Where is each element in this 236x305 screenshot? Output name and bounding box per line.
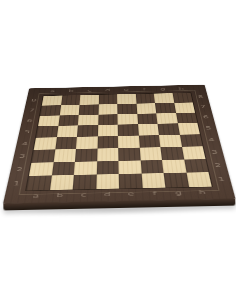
square-c8: [80, 95, 99, 105]
square-h4: [179, 134, 202, 146]
rank-label-left-7: 7: [25, 105, 38, 115]
rank-label-left-5: 5: [20, 126, 34, 138]
file-label-top-d: d: [98, 88, 117, 93]
square-e4: [118, 136, 139, 148]
square-d8: [98, 94, 117, 104]
file-label-top-e: e: [117, 88, 136, 93]
square-e1: [119, 174, 142, 189]
rank-label-left-6: 6: [22, 116, 36, 127]
board-frame: abcdefgh abcdefgh 87654321 87654321: [3, 85, 236, 204]
square-a8: [42, 96, 62, 106]
square-e5: [118, 124, 139, 136]
square-g1: [164, 173, 189, 188]
square-f2: [140, 160, 163, 174]
square-c4: [76, 136, 97, 148]
rank-label-right-4: 4: [204, 134, 219, 146]
square-d6: [98, 114, 118, 125]
square-f6: [137, 113, 158, 124]
product-photo-background: abcdefgh abcdefgh 87654321 87654321: [0, 0, 236, 305]
square-c7: [79, 104, 99, 115]
square-a1: [26, 176, 51, 191]
chess-board-grid: [25, 92, 213, 191]
square-g2: [162, 159, 186, 173]
square-b7: [59, 105, 79, 116]
square-d3: [97, 148, 119, 161]
board-perspective-wrapper: abcdefgh abcdefgh 87654321 87654321: [15, 14, 220, 258]
square-a5: [36, 126, 58, 138]
square-c2: [74, 161, 97, 175]
square-b5: [56, 126, 77, 138]
square-a2: [29, 162, 53, 176]
file-label-bottom-d: d: [95, 192, 119, 200]
square-e8: [117, 94, 136, 104]
square-d4: [97, 136, 118, 148]
square-f4: [138, 135, 160, 147]
square-e3: [118, 148, 140, 161]
square-f7: [136, 103, 156, 113]
square-e2: [118, 160, 141, 174]
square-h7: [174, 102, 195, 112]
file-label-bottom-f: f: [143, 191, 168, 199]
square-c1: [73, 175, 97, 190]
file-label-bottom-a: a: [23, 193, 48, 201]
square-h2: [184, 159, 209, 173]
square-f1: [141, 173, 165, 188]
file-label-top-g: g: [153, 87, 172, 92]
square-a6: [38, 115, 59, 126]
rank-label-right-1: 1: [213, 172, 230, 187]
file-label-bottom-b: b: [47, 193, 72, 201]
square-b3: [53, 149, 76, 162]
square-d5: [97, 125, 117, 137]
rank-label-right-2: 2: [210, 159, 226, 173]
square-f3: [139, 147, 162, 160]
rank-label-right-3: 3: [207, 146, 223, 159]
rank-label-left-8: 8: [27, 96, 40, 106]
square-h1: [186, 172, 212, 187]
square-c3: [75, 148, 97, 161]
rank-label-left-3: 3: [14, 150, 29, 163]
square-d1: [96, 174, 119, 189]
square-h3: [181, 146, 205, 159]
rank-label-right-5: 5: [201, 123, 216, 135]
square-b1: [49, 175, 73, 190]
rank-label-right-8: 8: [194, 92, 207, 102]
file-label-top-a: a: [43, 90, 62, 95]
rank-label-left-2: 2: [11, 163, 27, 177]
square-f5: [138, 124, 159, 136]
square-b8: [61, 95, 81, 105]
square-d7: [98, 104, 117, 115]
square-f8: [135, 94, 155, 104]
square-b6: [58, 115, 79, 126]
square-g3: [160, 147, 183, 160]
rank-label-right-7: 7: [196, 102, 210, 112]
file-label-top-c: c: [80, 89, 99, 94]
rank-label-left-4: 4: [17, 138, 32, 150]
square-c5: [77, 125, 98, 137]
chess-board: abcdefgh abcdefgh 87654321 87654321: [15, 14, 220, 266]
file-label-top-f: f: [135, 88, 154, 93]
square-g4: [159, 135, 182, 147]
square-g5: [158, 123, 180, 135]
rank-label-right-6: 6: [199, 112, 213, 123]
square-b2: [51, 162, 75, 176]
file-label-bottom-c: c: [71, 192, 95, 200]
square-a4: [34, 137, 57, 149]
file-label-top-h: h: [172, 87, 191, 92]
file-label-bottom-g: g: [166, 190, 191, 198]
square-d2: [96, 161, 118, 175]
square-h8: [172, 93, 193, 103]
square-h6: [176, 112, 198, 123]
square-e7: [117, 104, 137, 114]
square-b4: [55, 137, 77, 149]
file-label-bottom-e: e: [119, 191, 143, 199]
square-g7: [155, 103, 176, 113]
square-h5: [177, 123, 199, 135]
square-c6: [78, 114, 98, 125]
square-e6: [117, 114, 137, 125]
rank-label-left-1: 1: [8, 177, 24, 192]
square-g6: [156, 113, 177, 124]
file-label-bottom-h: h: [190, 190, 215, 198]
square-g8: [154, 93, 174, 103]
square-a7: [40, 105, 61, 116]
square-a3: [31, 149, 54, 162]
file-label-top-b: b: [61, 89, 80, 94]
